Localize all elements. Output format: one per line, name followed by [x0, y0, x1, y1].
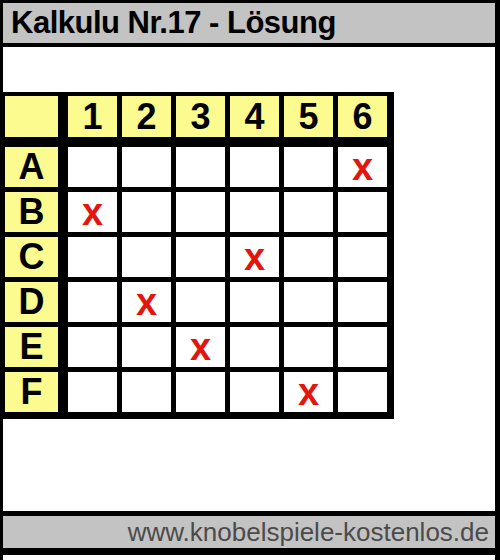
- grid-cell-A6-mark-x: x: [338, 147, 387, 187]
- col-header-6: 6: [338, 96, 387, 142]
- col-header-4: 4: [230, 96, 279, 142]
- grid-cell-A5: [284, 147, 333, 187]
- grid-cell-C2: [122, 237, 171, 277]
- grid-cell-F6: [338, 372, 387, 412]
- row-header-E: E: [5, 327, 63, 367]
- corner-cell: [5, 96, 63, 142]
- grid-cell-B1-mark-x: x: [68, 192, 117, 232]
- row-header-F: F: [5, 372, 63, 412]
- grid-cell-A1: [68, 147, 117, 187]
- grid-cell-D4: [230, 282, 279, 322]
- row-header-B: B: [5, 192, 63, 232]
- grid-cell-F3: [176, 372, 225, 412]
- grid-cell-F2: [122, 372, 171, 412]
- grid-cell-B3: [176, 192, 225, 232]
- title-bar: Kalkulu Nr.17 - Lösung: [3, 0, 495, 47]
- top-spacer: [3, 47, 495, 92]
- grid-cell-E3-mark-x: x: [176, 327, 225, 367]
- grid-cell-D6: [338, 282, 387, 322]
- grid-cell-E1: [68, 327, 117, 367]
- col-header-2: 2: [122, 96, 171, 142]
- grid-cell-E4: [230, 327, 279, 367]
- row-header-D: D: [5, 282, 63, 322]
- grid-cell-B4: [230, 192, 279, 232]
- grid-cell-D3: [176, 282, 225, 322]
- row-header-C: C: [5, 237, 63, 277]
- grid-cell-A2: [122, 147, 171, 187]
- grid-cell-A3: [176, 147, 225, 187]
- grid-cell-C1: [68, 237, 117, 277]
- footer-link[interactable]: www.knobelspiele-kostenlos.de: [128, 517, 489, 548]
- grid-cell-C3: [176, 237, 225, 277]
- grid-cell-E5: [284, 327, 333, 367]
- page-title: Kalkulu Nr.17 - Lösung: [11, 5, 336, 41]
- grid-cell-F5-mark-x: x: [284, 372, 333, 412]
- col-header-3: 3: [176, 96, 225, 142]
- grid-cell-B5: [284, 192, 333, 232]
- col-header-5: 5: [284, 96, 333, 142]
- grid-cell-D2-mark-x: x: [122, 282, 171, 322]
- grid-cell-A4: [230, 147, 279, 187]
- grid-cell-B2: [122, 192, 171, 232]
- grid-cell-D1: [68, 282, 117, 322]
- footer-bar: www.knobelspiele-kostenlos.de: [3, 511, 495, 555]
- page: Kalkulu Nr.17 - Lösung 1 2 3 4 5 6 A x B…: [0, 0, 500, 560]
- row-header-A: A: [5, 147, 63, 187]
- grid-cell-C4-mark-x: x: [230, 237, 279, 277]
- puzzle-grid: 1 2 3 4 5 6 A x B x C x D x: [3, 92, 394, 419]
- grid-cell-B6: [338, 192, 387, 232]
- bottom-spacer: [3, 419, 495, 511]
- grid-cell-F4: [230, 372, 279, 412]
- grid-cell-F1: [68, 372, 117, 412]
- grid-cell-E6: [338, 327, 387, 367]
- grid-cell-C5: [284, 237, 333, 277]
- col-header-1: 1: [68, 96, 117, 142]
- grid-cell-D5: [284, 282, 333, 322]
- grid-cell-E2: [122, 327, 171, 367]
- grid-cell-C6: [338, 237, 387, 277]
